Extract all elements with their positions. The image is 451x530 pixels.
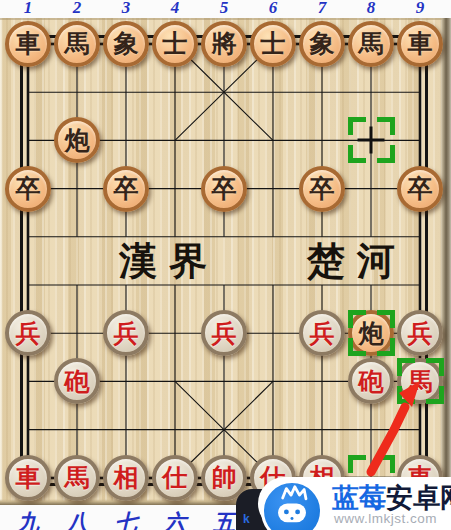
watermark-brand-dark: 安卓网 <box>386 483 451 513</box>
marker-bracket <box>396 357 445 405</box>
watermark-url: www.lmkjst.com <box>334 511 437 526</box>
move-marker-layer <box>4 20 445 502</box>
android-mascot-icon <box>261 480 323 530</box>
marker-bracket <box>347 309 396 357</box>
file-label-bottom-3: 七 <box>102 511 151 530</box>
marker-bracket-cross <box>347 116 396 164</box>
file-label-bottom-2: 八 <box>53 511 102 530</box>
watermark-brand-blue: 蓝莓 <box>332 483 386 513</box>
xiangqi-app-screen: 123456789 <box>0 0 451 530</box>
file-label-bottom-4: 六 <box>151 511 200 530</box>
watermark-brand-text: 蓝莓安卓网 <box>332 483 451 513</box>
watermark-stray-glyph: k <box>243 512 250 526</box>
file-label-bottom-1: 九 <box>4 511 53 530</box>
